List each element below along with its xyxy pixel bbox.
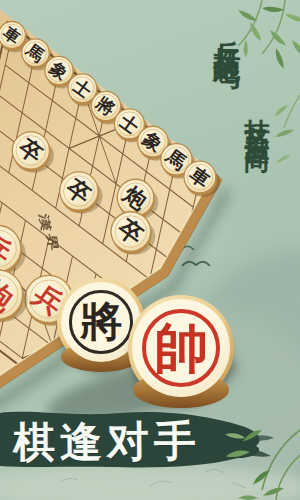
bamboo-top-right-icon (237, 0, 300, 70)
bamboo-bottom-right-icon (225, 429, 300, 500)
bamboo-layer (0, 0, 300, 500)
splash-screen: 兵挺炮鸣 技艺盖世间 漢界 車 馬 象 (0, 0, 300, 500)
bamboo-right-icon (272, 95, 300, 163)
